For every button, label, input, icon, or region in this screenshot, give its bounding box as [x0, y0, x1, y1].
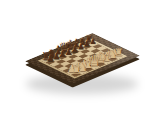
chess-piece-black-pawn: ♟	[77, 43, 84, 51]
chess-piece-black-knight: ♞	[78, 37, 87, 47]
chess-piece-black-pawn: ♟	[46, 54, 54, 63]
chess-piece-black-pawn: ♟	[84, 40, 91, 48]
chess-piece-white-pawn: ♟	[86, 57, 94, 66]
chess-piece-white-bishop: ♝	[82, 58, 94, 72]
chess-piece-white-pawn: ♟	[105, 50, 113, 59]
chess-piece-white-pawn: ♟	[67, 64, 76, 74]
chess-piece-white-pawn: ♟	[111, 47, 119, 55]
pieces-layer: ♜♞♝♛♚♝♞♜♟♟♟♟♟♟♟♟♟♟♟♟♟♟♟♟♜♞♝♛♚♝♞♜	[0, 0, 166, 120]
chess-piece-white-king: ♚	[94, 51, 108, 66]
chess-piece-black-king: ♚	[65, 39, 77, 52]
chess-piece-white-pawn: ♟	[92, 55, 100, 64]
chess-piece-white-queen: ♛	[88, 54, 101, 69]
chess-piece-black-pawn: ♟	[71, 45, 78, 53]
chess-piece-black-queen: ♛	[59, 42, 70, 55]
chess-piece-white-rook: ♜	[114, 48, 123, 58]
chess-piece-black-bishop: ♝	[72, 38, 82, 49]
chess-piece-white-rook: ♜	[71, 64, 82, 76]
chess-piece-white-knight: ♞	[77, 61, 88, 74]
chess-piece-black-pawn: ♟	[59, 50, 67, 59]
chess-piece-black-rook: ♜	[42, 51, 51, 61]
chess-piece-black-pawn: ♟	[90, 38, 97, 46]
chess-piece-black-knight: ♞	[47, 48, 57, 59]
chess-piece-black-rook: ♜	[85, 35, 93, 44]
chess-piece-white-pawn: ♟	[80, 59, 89, 69]
chess-piece-white-bishop: ♝	[101, 51, 112, 64]
chess-set-product-photo: ♜♞♝♛♚♝♞♜♟♟♟♟♟♟♟♟♟♟♟♟♟♟♟♟♜♞♝♛♚♝♞♜	[0, 0, 166, 120]
chess-piece-black-pawn: ♟	[65, 47, 73, 55]
chess-piece-black-pawn: ♟	[53, 52, 61, 61]
chess-piece-white-pawn: ♟	[98, 52, 106, 61]
chess-piece-white-knight: ♞	[108, 50, 118, 61]
chess-piece-black-bishop: ♝	[53, 45, 63, 57]
chess-piece-white-pawn: ♟	[74, 62, 83, 72]
